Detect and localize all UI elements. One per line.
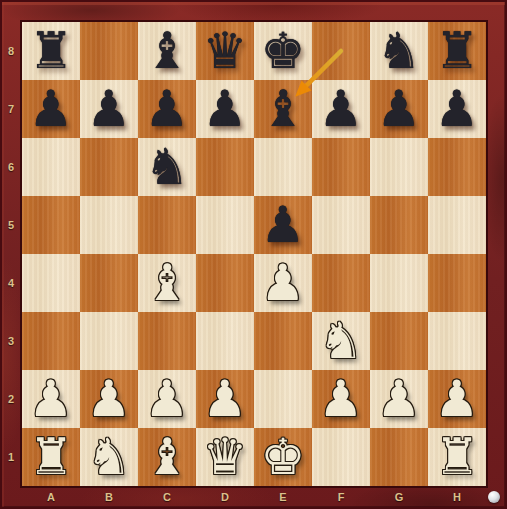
piece-black-rook-a8[interactable]: ♜ — [29, 22, 74, 80]
square-g1[interactable] — [370, 428, 428, 486]
file-label-g: G — [370, 486, 428, 509]
rank-labels: 87654321 — [0, 22, 22, 486]
square-b5[interactable] — [80, 196, 138, 254]
square-f8[interactable] — [312, 22, 370, 80]
piece-white-pawn-g2[interactable]: ♟ — [377, 370, 422, 428]
piece-white-pawn-e4[interactable]: ♟ — [261, 254, 306, 312]
file-label-f: F — [312, 486, 370, 509]
rank-label-8: 8 — [0, 22, 22, 80]
square-f1[interactable] — [312, 428, 370, 486]
rank-label-3: 3 — [0, 312, 22, 370]
piece-black-knight-c6[interactable]: ♞ — [145, 138, 190, 196]
square-b6[interactable] — [80, 138, 138, 196]
piece-black-queen-d8[interactable]: ♛ — [203, 22, 248, 80]
piece-black-pawn-c7[interactable]: ♟ — [145, 80, 190, 138]
square-d5[interactable] — [196, 196, 254, 254]
square-a7[interactable]: ♟ — [22, 80, 80, 138]
square-a6[interactable] — [22, 138, 80, 196]
piece-black-rook-h8[interactable]: ♜ — [435, 22, 480, 80]
piece-black-pawn-e5[interactable]: ♟ — [261, 196, 306, 254]
square-a4[interactable] — [22, 254, 80, 312]
piece-white-knight-f3[interactable]: ♞ — [319, 312, 364, 370]
square-c2[interactable]: ♟ — [138, 370, 196, 428]
square-d7[interactable]: ♟ — [196, 80, 254, 138]
piece-white-rook-h1[interactable]: ♜ — [435, 428, 480, 486]
square-h7[interactable]: ♟ — [428, 80, 486, 138]
piece-white-pawn-c2[interactable]: ♟ — [145, 370, 190, 428]
square-c6[interactable]: ♞ — [138, 138, 196, 196]
square-e1[interactable]: ♚ — [254, 428, 312, 486]
piece-black-king-e8[interactable]: ♚ — [261, 22, 306, 80]
piece-black-knight-g8[interactable]: ♞ — [377, 22, 422, 80]
file-label-a: A — [22, 486, 80, 509]
square-h3[interactable] — [428, 312, 486, 370]
chess-diagram: ♜♝♛♚♞♜♟♟♟♟♝♟♟♟♞♟♝♟♞♟♟♟♟♟♟♟♜♞♝♛♚♜ 8765432… — [0, 0, 507, 509]
square-h4[interactable] — [428, 254, 486, 312]
file-label-b: B — [80, 486, 138, 509]
square-h1[interactable]: ♜ — [428, 428, 486, 486]
file-label-h: H — [428, 486, 486, 509]
piece-white-pawn-a2[interactable]: ♟ — [29, 370, 74, 428]
piece-black-pawn-a7[interactable]: ♟ — [29, 80, 74, 138]
square-d4[interactable] — [196, 254, 254, 312]
piece-black-pawn-g7[interactable]: ♟ — [377, 80, 422, 138]
square-h5[interactable] — [428, 196, 486, 254]
piece-black-bishop-e7[interactable]: ♝ — [261, 80, 306, 138]
piece-white-rook-a1[interactable]: ♜ — [29, 428, 74, 486]
square-c7[interactable]: ♟ — [138, 80, 196, 138]
square-b8[interactable] — [80, 22, 138, 80]
square-a2[interactable]: ♟ — [22, 370, 80, 428]
square-b7[interactable]: ♟ — [80, 80, 138, 138]
square-h8[interactable]: ♜ — [428, 22, 486, 80]
square-b4[interactable] — [80, 254, 138, 312]
square-f6[interactable] — [312, 138, 370, 196]
piece-white-queen-d1[interactable]: ♛ — [203, 428, 248, 486]
square-b1[interactable]: ♞ — [80, 428, 138, 486]
square-c4[interactable]: ♝ — [138, 254, 196, 312]
piece-white-bishop-c1[interactable]: ♝ — [145, 428, 190, 486]
square-a1[interactable]: ♜ — [22, 428, 80, 486]
rank-label-2: 2 — [0, 370, 22, 428]
square-a8[interactable]: ♜ — [22, 22, 80, 80]
square-e6[interactable] — [254, 138, 312, 196]
square-f5[interactable] — [312, 196, 370, 254]
rank-label-5: 5 — [0, 196, 22, 254]
square-a5[interactable] — [22, 196, 80, 254]
square-e8[interactable]: ♚ — [254, 22, 312, 80]
square-a3[interactable] — [22, 312, 80, 370]
piece-white-pawn-f2[interactable]: ♟ — [319, 370, 364, 428]
square-g3[interactable] — [370, 312, 428, 370]
square-g8[interactable]: ♞ — [370, 22, 428, 80]
piece-white-knight-b1[interactable]: ♞ — [87, 428, 132, 486]
square-f2[interactable]: ♟ — [312, 370, 370, 428]
rank-label-4: 4 — [0, 254, 22, 312]
square-e4[interactable]: ♟ — [254, 254, 312, 312]
square-c8[interactable]: ♝ — [138, 22, 196, 80]
piece-white-bishop-c4[interactable]: ♝ — [145, 254, 190, 312]
piece-white-pawn-h2[interactable]: ♟ — [435, 370, 480, 428]
square-f7[interactable]: ♟ — [312, 80, 370, 138]
square-g5[interactable] — [370, 196, 428, 254]
file-labels: ABCDEFGH — [22, 486, 486, 509]
square-d1[interactable]: ♛ — [196, 428, 254, 486]
square-d3[interactable] — [196, 312, 254, 370]
piece-black-pawn-f7[interactable]: ♟ — [319, 80, 364, 138]
square-h2[interactable]: ♟ — [428, 370, 486, 428]
square-g2[interactable]: ♟ — [370, 370, 428, 428]
square-c1[interactable]: ♝ — [138, 428, 196, 486]
square-f4[interactable] — [312, 254, 370, 312]
side-to-move-indicator — [488, 491, 500, 503]
square-d6[interactable] — [196, 138, 254, 196]
square-e5[interactable]: ♟ — [254, 196, 312, 254]
piece-white-king-e1[interactable]: ♚ — [261, 428, 306, 486]
file-label-c: C — [138, 486, 196, 509]
rank-label-1: 1 — [0, 428, 22, 486]
square-g4[interactable] — [370, 254, 428, 312]
square-c3[interactable] — [138, 312, 196, 370]
square-b2[interactable]: ♟ — [80, 370, 138, 428]
square-e2[interactable] — [254, 370, 312, 428]
square-f3[interactable]: ♞ — [312, 312, 370, 370]
square-g7[interactable]: ♟ — [370, 80, 428, 138]
chess-board[interactable]: ♜♝♛♚♞♜♟♟♟♟♝♟♟♟♞♟♝♟♞♟♟♟♟♟♟♟♜♞♝♛♚♜ — [22, 22, 486, 486]
rank-label-7: 7 — [0, 80, 22, 138]
piece-black-bishop-c8[interactable]: ♝ — [145, 22, 190, 80]
square-e7[interactable]: ♝ — [254, 80, 312, 138]
square-b3[interactable] — [80, 312, 138, 370]
square-c5[interactable] — [138, 196, 196, 254]
piece-white-pawn-d2[interactable]: ♟ — [203, 370, 248, 428]
file-label-e: E — [254, 486, 312, 509]
square-h6[interactable] — [428, 138, 486, 196]
piece-white-pawn-b2[interactable]: ♟ — [87, 370, 132, 428]
square-d8[interactable]: ♛ — [196, 22, 254, 80]
file-label-d: D — [196, 486, 254, 509]
piece-black-pawn-d7[interactable]: ♟ — [203, 80, 248, 138]
rank-label-6: 6 — [0, 138, 22, 196]
square-e3[interactable] — [254, 312, 312, 370]
square-d2[interactable]: ♟ — [196, 370, 254, 428]
piece-black-pawn-h7[interactable]: ♟ — [435, 80, 480, 138]
square-g6[interactable] — [370, 138, 428, 196]
piece-black-pawn-b7[interactable]: ♟ — [87, 80, 132, 138]
